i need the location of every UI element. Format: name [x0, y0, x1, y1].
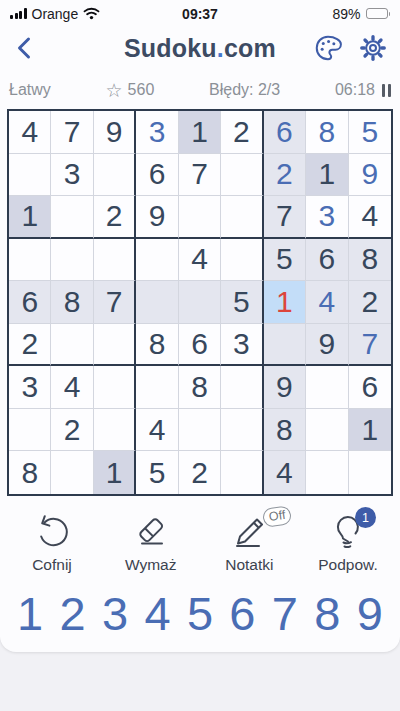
cell-r4c3[interactable]	[94, 239, 136, 282]
lightbulb-icon: 1	[328, 513, 368, 553]
cell-r2c1[interactable]	[9, 154, 51, 197]
score-value: 560	[128, 81, 155, 99]
cell-r2c9[interactable]: 9	[349, 154, 391, 197]
carrier-label: Orange	[32, 6, 79, 22]
pause-button[interactable]	[382, 84, 391, 97]
cell-r6c5[interactable]: 6	[179, 324, 221, 367]
header: Sudoku.com	[0, 26, 400, 70]
cell-r1c4[interactable]: 3	[136, 111, 178, 154]
cell-r7c9[interactable]: 6	[349, 366, 391, 409]
cell-r9c8[interactable]	[306, 451, 348, 494]
numpad-5[interactable]: 5	[187, 588, 213, 640]
cell-r4c7[interactable]: 5	[264, 239, 306, 282]
cell-r2c3[interactable]	[94, 154, 136, 197]
cell-r3c2[interactable]	[51, 196, 93, 239]
cell-r6c4[interactable]: 8	[136, 324, 178, 367]
cell-r2c5[interactable]: 7	[179, 154, 221, 197]
undo-label: Cofnij	[32, 556, 72, 574]
cell-r4c6[interactable]	[221, 239, 263, 282]
cell-r1c3[interactable]: 9	[94, 111, 136, 154]
cell-r1c5[interactable]: 1	[179, 111, 221, 154]
cell-r3c9[interactable]: 4	[349, 196, 391, 239]
battery-icon	[366, 8, 391, 19]
cell-r5c8[interactable]: 4	[306, 281, 348, 324]
numpad-9[interactable]: 9	[357, 588, 383, 640]
cell-r8c3[interactable]	[94, 409, 136, 452]
cell-r7c1[interactable]: 3	[9, 366, 51, 409]
cell-r1c2[interactable]: 7	[51, 111, 93, 154]
cell-r8c9[interactable]: 1	[349, 409, 391, 452]
cell-r7c2[interactable]: 4	[51, 366, 93, 409]
cell-r9c5[interactable]: 2	[179, 451, 221, 494]
cell-r9c3[interactable]: 1	[94, 451, 136, 494]
cell-r7c8[interactable]	[306, 366, 348, 409]
cell-r9c9[interactable]	[349, 451, 391, 494]
timer: 06:18	[335, 81, 391, 99]
cell-r5c7[interactable]: 1	[264, 281, 306, 324]
pencil-icon: Off	[229, 513, 269, 553]
numpad-6[interactable]: 6	[229, 588, 255, 640]
cell-r9c1[interactable]: 8	[9, 451, 51, 494]
numpad-8[interactable]: 8	[314, 588, 340, 640]
notes-off-badge: Off	[262, 505, 293, 528]
cell-r1c9[interactable]: 5	[349, 111, 391, 154]
theme-palette-icon[interactable]	[313, 33, 343, 63]
cell-r3c1[interactable]: 1	[9, 196, 51, 239]
notes-label: Notatki	[225, 556, 273, 574]
cell-r3c3[interactable]: 2	[94, 196, 136, 239]
cell-r2c8[interactable]: 1	[306, 154, 348, 197]
timer-value: 06:18	[335, 81, 375, 99]
cell-r5c6[interactable]: 5	[221, 281, 263, 324]
number-pad: 123456789	[0, 588, 400, 640]
cell-r6c7[interactable]	[264, 324, 306, 367]
hint-label: Podpow.	[318, 556, 377, 574]
cell-r5c1[interactable]: 6	[9, 281, 51, 324]
cell-r2c4[interactable]: 6	[136, 154, 178, 197]
cell-r7c3[interactable]	[94, 366, 136, 409]
cell-r5c3[interactable]: 7	[94, 281, 136, 324]
hint-button[interactable]: 1 Podpow.	[312, 513, 384, 574]
cell-r5c2[interactable]: 8	[51, 281, 93, 324]
info-bar: Łatwy ☆ 560 Błędy: 2/3 06:18	[0, 78, 400, 102]
cell-r1c6[interactable]: 2	[221, 111, 263, 154]
cell-r8c5[interactable]	[179, 409, 221, 452]
cell-r8c2[interactable]: 2	[51, 409, 93, 452]
battery-percent-label: 89%	[332, 6, 360, 22]
cell-r6c6[interactable]: 3	[221, 324, 263, 367]
cell-r8c8[interactable]	[306, 409, 348, 452]
cell-r5c9[interactable]: 2	[349, 281, 391, 324]
cell-r4c2[interactable]	[51, 239, 93, 282]
status-bar: Orange 09:37 89%	[0, 0, 400, 24]
eraser-icon	[131, 513, 171, 553]
cell-r1c7[interactable]: 6	[264, 111, 306, 154]
sudoku-grid: 4793126853672191297344568687514228639734…	[7, 109, 393, 496]
cell-r3c5[interactable]	[179, 196, 221, 239]
difficulty-label: Łatwy	[9, 81, 51, 99]
cell-r4c9[interactable]: 8	[349, 239, 391, 282]
numpad-2[interactable]: 2	[59, 588, 85, 640]
cell-r6c2[interactable]	[51, 324, 93, 367]
cell-r2c7[interactable]: 2	[264, 154, 306, 197]
cell-r9c4[interactable]: 5	[136, 451, 178, 494]
cell-r3c6[interactable]	[221, 196, 263, 239]
cell-r7c6[interactable]	[221, 366, 263, 409]
toolbar: Cofnij Wymaż Off	[0, 513, 400, 574]
cell-r2c2[interactable]: 3	[51, 154, 93, 197]
cell-r1c8[interactable]: 8	[306, 111, 348, 154]
cell-r7c5[interactable]: 8	[179, 366, 221, 409]
wifi-icon	[83, 7, 100, 20]
numpad-4[interactable]: 4	[144, 588, 170, 640]
settings-gear-icon[interactable]	[358, 33, 388, 63]
cell-r5c4[interactable]	[136, 281, 178, 324]
back-button[interactable]	[12, 35, 38, 61]
cell-r6c8[interactable]: 9	[306, 324, 348, 367]
cell-r8c1[interactable]	[9, 409, 51, 452]
numpad-7[interactable]: 7	[272, 588, 298, 640]
cell-r2c6[interactable]	[221, 154, 263, 197]
cell-r8c7[interactable]: 8	[264, 409, 306, 452]
cell-r7c4[interactable]	[136, 366, 178, 409]
cell-r1c1[interactable]: 4	[9, 111, 51, 154]
cell-r6c1[interactable]: 2	[9, 324, 51, 367]
undo-icon	[32, 513, 72, 553]
erase-label: Wymaż	[125, 556, 177, 574]
cell-r3c8[interactable]: 3	[306, 196, 348, 239]
cell-r7c7[interactable]: 9	[264, 366, 306, 409]
cell-r6c9[interactable]: 7	[349, 324, 391, 367]
notes-button[interactable]: Off Notatki	[213, 513, 285, 574]
cell-r9c2[interactable]	[51, 451, 93, 494]
undo-button[interactable]: Cofnij	[16, 513, 88, 574]
signal-strength-icon	[10, 8, 27, 19]
cell-r4c1[interactable]	[9, 239, 51, 282]
app-card: Orange 09:37 89% Sudoku.com	[0, 0, 400, 652]
numpad-1[interactable]: 1	[17, 588, 43, 640]
erase-button[interactable]: Wymaż	[115, 513, 187, 574]
cell-r3c7[interactable]: 7	[264, 196, 306, 239]
cell-r4c5[interactable]: 4	[179, 239, 221, 282]
cell-r8c4[interactable]: 4	[136, 409, 178, 452]
cell-r6c3[interactable]	[94, 324, 136, 367]
cell-r4c8[interactable]: 6	[306, 239, 348, 282]
star-icon: ☆	[106, 81, 123, 100]
mistakes: Błędy: 2/3	[209, 81, 280, 99]
score: ☆ 560	[106, 81, 155, 100]
cell-r9c7[interactable]: 4	[264, 451, 306, 494]
cell-r3c4[interactable]: 9	[136, 196, 178, 239]
hint-count-badge: 1	[355, 507, 376, 528]
cell-r4c4[interactable]	[136, 239, 178, 282]
cell-r5c5[interactable]	[179, 281, 221, 324]
cell-r9c6[interactable]	[221, 451, 263, 494]
numpad-3[interactable]: 3	[102, 588, 128, 640]
cell-r8c6[interactable]	[221, 409, 263, 452]
